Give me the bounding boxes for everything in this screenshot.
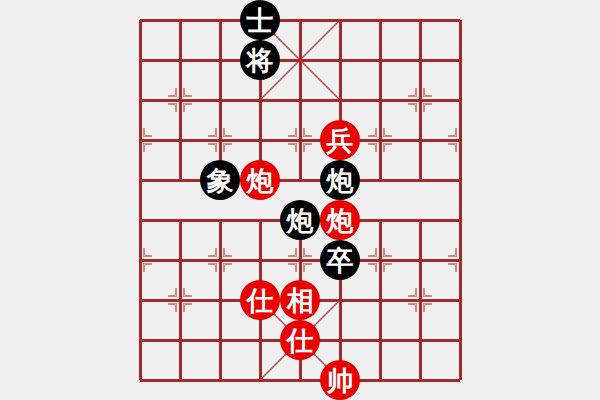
piece-red-elephant[interactable]: 相 <box>280 280 320 320</box>
piece-black-advisor[interactable]: 士 <box>240 0 280 40</box>
piece-red-advisor[interactable]: 仕 <box>240 280 280 320</box>
board-grid: 士将兵象炮炮炮炮卒仕相仕帅 <box>120 0 480 400</box>
xiangqi-board: 士将兵象炮炮炮炮卒仕相仕帅 <box>0 0 600 400</box>
piece-red-general[interactable]: 帅 <box>320 360 360 400</box>
piece-red-pawn[interactable]: 兵 <box>320 120 360 160</box>
piece-black-elephant[interactable]: 象 <box>200 160 240 200</box>
piece-black-general[interactable]: 将 <box>240 40 280 80</box>
piece-black-cannon[interactable]: 炮 <box>320 160 360 200</box>
piece-black-cannon[interactable]: 炮 <box>280 200 320 240</box>
piece-red-advisor[interactable]: 仕 <box>280 320 320 360</box>
piece-black-pawn[interactable]: 卒 <box>320 240 360 280</box>
piece-red-cannon[interactable]: 炮 <box>240 160 280 200</box>
piece-red-cannon[interactable]: 炮 <box>320 200 360 240</box>
